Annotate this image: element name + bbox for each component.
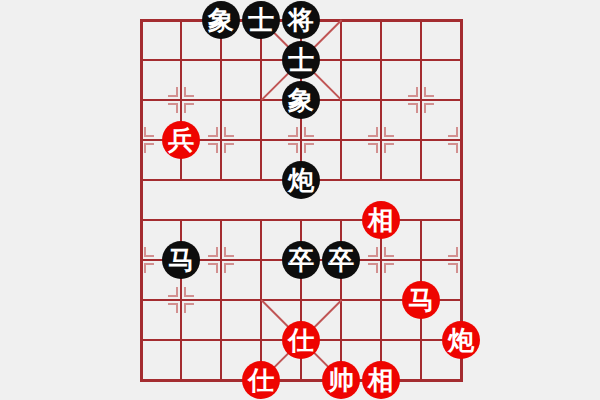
star-corner: [304, 127, 314, 137]
piece-black-elephant[interactable]: 象: [202, 1, 240, 39]
star-point: [368, 247, 394, 273]
star-corner: [184, 303, 194, 313]
star-corner: [408, 103, 418, 113]
star-corner: [168, 87, 178, 97]
star-corner: [448, 127, 458, 137]
star-corner: [448, 263, 458, 273]
star-corner: [304, 143, 314, 153]
piece-red-general[interactable]: 帅: [322, 361, 360, 399]
piece-black-elephant[interactable]: 象: [282, 81, 320, 119]
star-corner: [224, 127, 234, 137]
star-corner: [384, 127, 394, 137]
star-point: [168, 87, 194, 113]
star-corner: [224, 143, 234, 153]
piece-black-horse[interactable]: 马: [162, 241, 200, 279]
piece-black-cannon[interactable]: 炮: [282, 161, 320, 199]
piece-black-advisor[interactable]: 士: [242, 1, 280, 39]
star-corner: [168, 287, 178, 297]
star-corner: [368, 127, 378, 137]
piece-red-horse[interactable]: 马: [402, 281, 440, 319]
piece-red-elephant[interactable]: 相: [362, 201, 400, 239]
star-corner: [168, 303, 178, 313]
star-point: [168, 287, 194, 313]
piece-red-advisor[interactable]: 仕: [282, 321, 320, 359]
star-corner: [384, 247, 394, 257]
star-corner: [448, 143, 458, 153]
star-corner: [184, 287, 194, 297]
star-corner: [408, 87, 418, 97]
grid-line-file: [220, 20, 222, 180]
star-corner: [224, 263, 234, 273]
star-corner: [448, 247, 458, 257]
star-corner: [384, 143, 394, 153]
piece-black-soldier[interactable]: 卒: [282, 241, 320, 279]
piece-red-cannon[interactable]: 炮: [442, 321, 480, 359]
star-corner: [208, 247, 218, 257]
star-point: [288, 127, 314, 153]
star-corner: [184, 103, 194, 113]
xiangqi-board[interactable]: 象士将士象兵炮相马卒卒马仕炮仕帅相: [0, 0, 600, 400]
star-point: [368, 127, 394, 153]
star-point: [128, 247, 154, 273]
piece-red-elephant[interactable]: 相: [362, 361, 400, 399]
star-point: [128, 127, 154, 153]
star-point: [448, 127, 474, 153]
grid-line-file: [380, 20, 382, 180]
star-corner: [208, 143, 218, 153]
star-corner: [288, 143, 298, 153]
grid-line-file: [220, 220, 222, 380]
star-corner: [208, 127, 218, 137]
star-point: [408, 87, 434, 113]
star-corner: [184, 87, 194, 97]
star-corner: [288, 127, 298, 137]
star-corner: [144, 127, 154, 137]
star-corner: [208, 263, 218, 273]
star-corner: [144, 263, 154, 273]
star-corner: [168, 103, 178, 113]
piece-black-soldier[interactable]: 卒: [322, 241, 360, 279]
star-point: [448, 247, 474, 273]
star-corner: [424, 87, 434, 97]
piece-black-general[interactable]: 将: [282, 1, 320, 39]
star-corner: [368, 247, 378, 257]
star-corner: [368, 143, 378, 153]
star-corner: [144, 247, 154, 257]
piece-black-advisor[interactable]: 士: [282, 41, 320, 79]
star-corner: [424, 103, 434, 113]
star-point: [208, 127, 234, 153]
star-corner: [384, 263, 394, 273]
star-corner: [224, 247, 234, 257]
piece-red-advisor[interactable]: 仕: [242, 361, 280, 399]
grid-line-file: [380, 220, 382, 380]
star-corner: [144, 143, 154, 153]
star-point: [208, 247, 234, 273]
star-corner: [368, 263, 378, 273]
piece-red-soldier[interactable]: 兵: [162, 121, 200, 159]
